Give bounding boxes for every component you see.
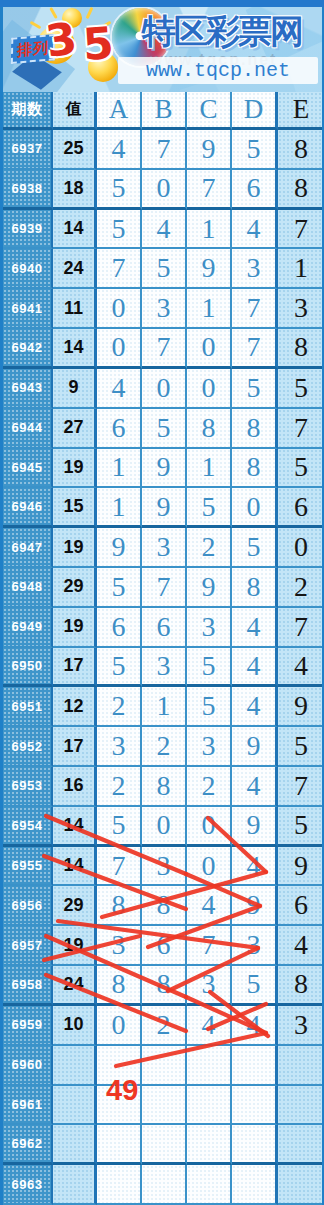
period-cell-6953: 6953 bbox=[3, 767, 53, 807]
digit-cell-6946-c: 5 bbox=[187, 488, 232, 528]
digit-cell-6950-c: 5 bbox=[187, 648, 232, 688]
digit-cell-6957-c: 7 bbox=[187, 926, 232, 966]
digit-cell-6949-e: 7 bbox=[278, 608, 324, 648]
digit-cell-6955-a: 7 bbox=[97, 847, 142, 887]
digit-cell-6940-b: 5 bbox=[142, 249, 187, 289]
period-cell-6950: 6950 bbox=[3, 648, 53, 688]
digit-cell-6958-d: 5 bbox=[232, 966, 278, 1006]
value-cell-6943: 9 bbox=[53, 369, 97, 409]
digit-cell-6955-d: 4 bbox=[232, 847, 278, 887]
digit-cell-6938-b: 0 bbox=[142, 170, 187, 210]
header-d: D bbox=[232, 92, 278, 130]
digit-cell-6955-b: 3 bbox=[142, 847, 187, 887]
digit-cell-6952-b: 2 bbox=[142, 727, 187, 767]
period-cell-6946: 6946 bbox=[3, 488, 53, 528]
digit-cell-6950-e: 4 bbox=[278, 648, 324, 688]
digit-cell-6947-e: 0 bbox=[278, 528, 324, 568]
site-url-text: www.tqcp.net bbox=[146, 59, 290, 82]
value-cell-6946: 15 bbox=[53, 488, 97, 528]
digit-cell-6952-a: 3 bbox=[97, 727, 142, 767]
digit-cell-6937-d: 5 bbox=[232, 130, 278, 170]
digit-cell-6939-c: 1 bbox=[187, 210, 232, 250]
period-cell-6962: 6962 bbox=[3, 1125, 53, 1165]
value-cell-6962 bbox=[53, 1125, 97, 1165]
digit-cell-6956-d: 9 bbox=[232, 886, 278, 926]
digit-cell-6948-c: 9 bbox=[187, 568, 232, 608]
digit-cell-6944-c: 8 bbox=[187, 409, 232, 449]
value-cell-6961 bbox=[53, 1086, 97, 1126]
digit-cell-6953-b: 8 bbox=[142, 767, 187, 807]
digit-cell-6957-b: 6 bbox=[142, 926, 187, 966]
digit-cell-6953-c: 2 bbox=[187, 767, 232, 807]
digit-cell-6942-c: 0 bbox=[187, 329, 232, 369]
digit-cell-6941-a: 0 bbox=[97, 289, 142, 329]
period-cell-6943: 6943 bbox=[3, 369, 53, 409]
digit-cell-6939-b: 4 bbox=[142, 210, 187, 250]
value-cell-6955: 14 bbox=[53, 847, 97, 887]
value-cell-6938: 18 bbox=[53, 170, 97, 210]
digit-cell-6937-c: 9 bbox=[187, 130, 232, 170]
digit-cell-6963-b bbox=[142, 1165, 187, 1205]
digit-cell-6939-a: 5 bbox=[97, 210, 142, 250]
value-cell-6954: 14 bbox=[53, 807, 97, 847]
header-value: 值 bbox=[53, 92, 97, 130]
pailie-trend-chart-page: 排列 3 5 特区彩票网 www.tqcp.net www.tqcp.net 期… bbox=[0, 0, 324, 1205]
digit-cell-6942-e: 8 bbox=[278, 329, 324, 369]
period-cell-6963: 6963 bbox=[3, 1165, 53, 1205]
value-cell-6948: 29 bbox=[53, 568, 97, 608]
digit-cell-6954-c: 0 bbox=[187, 807, 232, 847]
period-cell-6951: 6951 bbox=[3, 687, 53, 727]
digit-cell-6945-c: 1 bbox=[187, 449, 232, 489]
digit-cell-6954-d: 9 bbox=[232, 807, 278, 847]
digit-cell-6946-a: 1 bbox=[97, 488, 142, 528]
digit-cell-6950-d: 4 bbox=[232, 648, 278, 688]
digit-cell-6951-b: 1 bbox=[142, 687, 187, 727]
value-cell-6949: 19 bbox=[53, 608, 97, 648]
period-cell-6939: 6939 bbox=[3, 210, 53, 250]
value-cell-6941: 11 bbox=[53, 289, 97, 329]
digit-cell-6961-b bbox=[142, 1086, 187, 1126]
digit-cell-6963-c bbox=[187, 1165, 232, 1205]
digit-cell-6942-b: 7 bbox=[142, 329, 187, 369]
digit-cell-6954-e: 5 bbox=[278, 807, 324, 847]
digit-cell-6951-d: 4 bbox=[232, 687, 278, 727]
digit-cell-6948-b: 7 bbox=[142, 568, 187, 608]
digit-cell-6941-c: 1 bbox=[187, 289, 232, 329]
digit-cell-6941-e: 3 bbox=[278, 289, 324, 329]
digit-cell-6962-c bbox=[187, 1125, 232, 1165]
digit-cell-6951-e: 9 bbox=[278, 687, 324, 727]
value-cell-6945: 19 bbox=[53, 449, 97, 489]
value-cell-6960 bbox=[53, 1046, 97, 1086]
period-cell-6955: 6955 bbox=[3, 847, 53, 887]
digit-cell-6946-d: 0 bbox=[232, 488, 278, 528]
logo-number-3: 3 bbox=[43, 16, 79, 64]
digit-cell-6958-a: 8 bbox=[97, 966, 142, 1006]
value-cell-6942: 14 bbox=[53, 329, 97, 369]
digit-cell-6949-c: 3 bbox=[187, 608, 232, 648]
digit-cell-6962-b bbox=[142, 1125, 187, 1165]
digit-cell-6959-b: 2 bbox=[142, 1006, 187, 1046]
digit-cell-6947-a: 9 bbox=[97, 528, 142, 568]
digit-cell-6962-e bbox=[278, 1125, 324, 1165]
digit-cell-6959-c: 4 bbox=[187, 1006, 232, 1046]
digit-cell-6963-a bbox=[97, 1165, 142, 1205]
digit-cell-6956-a: 8 bbox=[97, 886, 142, 926]
logo-number-5: 5 bbox=[82, 21, 116, 67]
red-annotation-49: 49 bbox=[106, 1074, 138, 1107]
period-cell-6958: 6958 bbox=[3, 966, 53, 1006]
value-cell-6940: 24 bbox=[53, 249, 97, 289]
period-cell-6949: 6949 bbox=[3, 608, 53, 648]
digit-cell-6939-d: 4 bbox=[232, 210, 278, 250]
digit-cell-6962-a bbox=[97, 1125, 142, 1165]
digit-cell-6953-a: 2 bbox=[97, 767, 142, 807]
digit-cell-6948-e: 2 bbox=[278, 568, 324, 608]
period-cell-6937: 6937 bbox=[3, 130, 53, 170]
digit-cell-6960-e bbox=[278, 1046, 324, 1086]
trend-grid: 期数值ABCDE69372547958693818507686939145414… bbox=[3, 92, 324, 1205]
digit-cell-6942-d: 7 bbox=[232, 329, 278, 369]
digit-cell-6946-b: 9 bbox=[142, 488, 187, 528]
digit-cell-6947-d: 5 bbox=[232, 528, 278, 568]
digit-cell-6963-d bbox=[232, 1165, 278, 1205]
digit-cell-6951-c: 5 bbox=[187, 687, 232, 727]
digit-cell-6943-d: 5 bbox=[232, 369, 278, 409]
digit-cell-6945-a: 1 bbox=[97, 449, 142, 489]
period-cell-6957: 6957 bbox=[3, 926, 53, 966]
digit-cell-6958-c: 3 bbox=[187, 966, 232, 1006]
digit-cell-6943-e: 5 bbox=[278, 369, 324, 409]
header-e: E bbox=[278, 92, 324, 130]
digit-cell-6943-a: 4 bbox=[97, 369, 142, 409]
digit-cell-6950-a: 5 bbox=[97, 648, 142, 688]
digit-cell-6945-b: 9 bbox=[142, 449, 187, 489]
digit-cell-6940-a: 7 bbox=[97, 249, 142, 289]
digit-cell-6947-c: 2 bbox=[187, 528, 232, 568]
digit-cell-6944-a: 6 bbox=[97, 409, 142, 449]
digit-cell-6955-c: 0 bbox=[187, 847, 232, 887]
digit-cell-6953-e: 7 bbox=[278, 767, 324, 807]
period-cell-6940: 6940 bbox=[3, 249, 53, 289]
sun-ray-icon bbox=[30, 21, 42, 30]
value-cell-6957: 19 bbox=[53, 926, 97, 966]
digit-cell-6938-e: 8 bbox=[278, 170, 324, 210]
period-cell-6952: 6952 bbox=[3, 727, 53, 767]
period-cell-6960: 6960 bbox=[3, 1046, 53, 1086]
digit-cell-6949-a: 6 bbox=[97, 608, 142, 648]
digit-cell-6958-e: 8 bbox=[278, 966, 324, 1006]
value-cell-6956: 29 bbox=[53, 886, 97, 926]
period-cell-6961: 6961 bbox=[3, 1086, 53, 1126]
value-cell-6958: 24 bbox=[53, 966, 97, 1006]
digit-cell-6938-a: 5 bbox=[97, 170, 142, 210]
digit-cell-6946-e: 6 bbox=[278, 488, 324, 528]
digit-cell-6960-d bbox=[232, 1046, 278, 1086]
trend-board: 期数值ABCDE69372547958693818507686939145414… bbox=[3, 92, 324, 1205]
digit-cell-6951-a: 2 bbox=[97, 687, 142, 727]
digit-cell-6937-b: 7 bbox=[142, 130, 187, 170]
digit-cell-6957-d: 3 bbox=[232, 926, 278, 966]
digit-cell-6943-b: 0 bbox=[142, 369, 187, 409]
value-cell-6939: 14 bbox=[53, 210, 97, 250]
value-cell-6950: 17 bbox=[53, 648, 97, 688]
digit-cell-6941-d: 7 bbox=[232, 289, 278, 329]
header-b: B bbox=[142, 92, 187, 130]
header-period: 期数 bbox=[3, 92, 53, 130]
digit-cell-6939-e: 7 bbox=[278, 210, 324, 250]
top-border-bar bbox=[0, 0, 324, 7]
digit-cell-6947-b: 3 bbox=[142, 528, 187, 568]
digit-cell-6957-a: 3 bbox=[97, 926, 142, 966]
value-cell-6937: 25 bbox=[53, 130, 97, 170]
digit-cell-6959-d: 4 bbox=[232, 1006, 278, 1046]
period-cell-6948: 6948 bbox=[3, 568, 53, 608]
digit-cell-6959-a: 0 bbox=[97, 1006, 142, 1046]
site-name: 特区彩票网 bbox=[142, 13, 324, 50]
value-cell-6952: 17 bbox=[53, 727, 97, 767]
period-cell-6938: 6938 bbox=[3, 170, 53, 210]
digit-cell-6937-e: 8 bbox=[278, 130, 324, 170]
value-cell-6953: 16 bbox=[53, 767, 97, 807]
digit-cell-6960-b bbox=[142, 1046, 187, 1086]
digit-cell-6948-d: 8 bbox=[232, 568, 278, 608]
period-cell-6945: 6945 bbox=[3, 449, 53, 489]
digit-cell-6940-c: 9 bbox=[187, 249, 232, 289]
digit-cell-6937-a: 4 bbox=[97, 130, 142, 170]
digit-cell-6944-b: 5 bbox=[142, 409, 187, 449]
digit-cell-6943-c: 0 bbox=[187, 369, 232, 409]
digit-cell-6958-b: 8 bbox=[142, 966, 187, 1006]
sun-ray-icon bbox=[86, 7, 94, 19]
digit-cell-6960-c bbox=[187, 1046, 232, 1086]
digit-cell-6963-e bbox=[278, 1165, 324, 1205]
digit-cell-6954-a: 5 bbox=[97, 807, 142, 847]
digit-cell-6955-e: 9 bbox=[278, 847, 324, 887]
period-cell-6954: 6954 bbox=[3, 807, 53, 847]
digit-cell-6945-e: 5 bbox=[278, 449, 324, 489]
digit-cell-6941-b: 3 bbox=[142, 289, 187, 329]
digit-cell-6940-e: 1 bbox=[278, 249, 324, 289]
value-cell-6947: 19 bbox=[53, 528, 97, 568]
digit-cell-6945-d: 8 bbox=[232, 449, 278, 489]
header-a: A bbox=[97, 92, 142, 130]
digit-cell-6952-c: 3 bbox=[187, 727, 232, 767]
digit-cell-6952-d: 9 bbox=[232, 727, 278, 767]
digit-cell-6944-d: 8 bbox=[232, 409, 278, 449]
digit-cell-6938-d: 6 bbox=[232, 170, 278, 210]
period-cell-6942: 6942 bbox=[3, 329, 53, 369]
digit-cell-6962-d bbox=[232, 1125, 278, 1165]
digit-cell-6944-e: 7 bbox=[278, 409, 324, 449]
value-cell-6959: 10 bbox=[53, 1006, 97, 1046]
digit-cell-6942-a: 0 bbox=[97, 329, 142, 369]
digit-cell-6959-e: 3 bbox=[278, 1006, 324, 1046]
value-cell-6951: 12 bbox=[53, 687, 97, 727]
site-banner: 排列 3 5 特区彩票网 www.tqcp.net www.tqcp.net bbox=[0, 7, 324, 92]
digit-cell-6938-c: 7 bbox=[187, 170, 232, 210]
digit-cell-6940-d: 3 bbox=[232, 249, 278, 289]
digit-cell-6950-b: 3 bbox=[142, 648, 187, 688]
digit-cell-6949-b: 6 bbox=[142, 608, 187, 648]
period-cell-6944: 6944 bbox=[3, 409, 53, 449]
period-cell-6956: 6956 bbox=[3, 886, 53, 926]
digit-cell-6953-d: 4 bbox=[232, 767, 278, 807]
value-cell-6944: 27 bbox=[53, 409, 97, 449]
site-url-link[interactable]: www.tqcp.net bbox=[118, 57, 318, 84]
left-border bbox=[0, 7, 3, 1205]
digit-cell-6956-e: 6 bbox=[278, 886, 324, 926]
digit-cell-6957-e: 4 bbox=[278, 926, 324, 966]
digit-cell-6948-a: 5 bbox=[97, 568, 142, 608]
digit-cell-6956-b: 8 bbox=[142, 886, 187, 926]
digit-cell-6961-d bbox=[232, 1086, 278, 1126]
digit-cell-6949-d: 4 bbox=[232, 608, 278, 648]
digit-cell-6961-c bbox=[187, 1086, 232, 1126]
period-cell-6959: 6959 bbox=[3, 1006, 53, 1046]
digit-cell-6952-e: 5 bbox=[278, 727, 324, 767]
period-cell-6941: 6941 bbox=[3, 289, 53, 329]
header-c: C bbox=[187, 92, 232, 130]
digit-cell-6961-e bbox=[278, 1086, 324, 1126]
value-cell-6963 bbox=[53, 1165, 97, 1205]
digit-cell-6954-b: 0 bbox=[142, 807, 187, 847]
period-cell-6947: 6947 bbox=[3, 528, 53, 568]
digit-cell-6956-c: 4 bbox=[187, 886, 232, 926]
